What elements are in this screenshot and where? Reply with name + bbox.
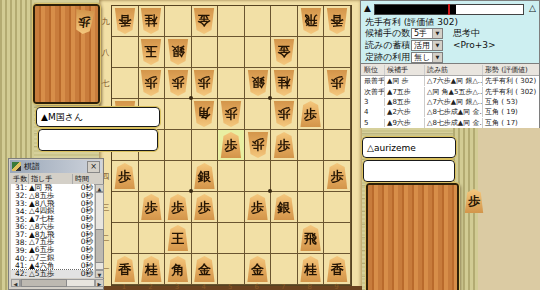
kifu-col-header: 手数: [11, 174, 29, 184]
square-5二[interactable]: [218, 223, 245, 254]
gote-piece-銀[interactable]: 銀: [193, 163, 215, 189]
square-9七[interactable]: 歩: [324, 68, 351, 99]
square-9二[interactable]: [324, 223, 351, 254]
square-5三[interactable]: [218, 192, 245, 223]
option-dropdown[interactable]: 5手▼: [411, 28, 443, 39]
square-6九[interactable]: [245, 6, 272, 37]
square-8三[interactable]: [298, 192, 325, 223]
square-3三[interactable]: 歩: [165, 192, 192, 223]
gote-piece-歩[interactable]: 歩: [326, 163, 348, 189]
square-3四[interactable]: [165, 161, 192, 192]
gote-piece-歩[interactable]: 歩: [247, 194, 269, 220]
scroll-left-icon[interactable]: ◀: [11, 279, 20, 287]
scroll-down-icon[interactable]: ▼: [95, 270, 104, 278]
candidate-cell: 4: [361, 108, 385, 116]
square-2四[interactable]: [139, 161, 166, 192]
square-7六[interactable]: 歩: [271, 99, 298, 130]
square-4六[interactable]: 角: [192, 99, 219, 130]
gote-name: △aurizeme: [367, 143, 416, 153]
square-5八[interactable]: [218, 37, 245, 68]
square-8五[interactable]: [298, 130, 325, 161]
candidate-cell: 3: [361, 98, 385, 106]
square-8二[interactable]: 飛: [298, 223, 325, 254]
kifu-move-row[interactable]: 42:△5五歩0秒: [11, 270, 94, 278]
square-9三[interactable]: [324, 192, 351, 223]
square-7一[interactable]: [271, 254, 298, 285]
sente-piece-歩[interactable]: 歩: [247, 132, 269, 158]
candidate-cell: △同 角▲5五歩△...: [425, 87, 483, 97]
candidate-row[interactable]: 3▲8五歩△7六歩▲同 銀△...互角 ( 53): [361, 97, 539, 107]
shogi-app: { "game": "shogi", "position": { "sfen":…: [0, 0, 540, 290]
square-9四[interactable]: 歩: [324, 161, 351, 192]
candidate-cell: 互角 ( 17): [483, 118, 539, 128]
square-4一[interactable]: 金: [192, 254, 219, 285]
sente-piece-歩[interactable]: 歩: [193, 70, 215, 96]
dropdown-value: 5手: [412, 28, 432, 39]
sente-piece-金[interactable]: 金: [193, 8, 215, 34]
candidate-cell: ▲同 歩: [385, 76, 425, 86]
square-5七[interactable]: [218, 68, 245, 99]
square-1七[interactable]: [112, 68, 139, 99]
sente-name: ▲M国さん: [41, 111, 83, 124]
rank-label-七: 七: [100, 78, 111, 89]
square-6四[interactable]: [245, 161, 272, 192]
sente-mark: ▲: [364, 3, 371, 14]
sente-piece-歩[interactable]: 歩: [220, 101, 242, 127]
square-6六[interactable]: [245, 99, 272, 130]
eval-bar-fill: [375, 5, 456, 14]
candidate-table-body: 最善手▲同 歩△7六歩▲同 銀△...先手有利 ( 302)次善手▲7五歩△同 …: [361, 76, 539, 128]
eval-bar-row: ▲ △: [364, 3, 536, 14]
square-6一[interactable]: 金: [245, 254, 272, 285]
star-point: [189, 96, 193, 100]
file-label-1: 1: [111, 283, 137, 290]
gote-piece-歩[interactable]: 歩: [193, 194, 215, 220]
kifu-title: 棋譜: [24, 161, 87, 172]
square-4二[interactable]: [192, 223, 219, 254]
file-label-9: 9: [323, 283, 349, 290]
square-5一[interactable]: [218, 254, 245, 285]
sente-piece-桂[interactable]: 桂: [273, 70, 295, 96]
gote-mark: △: [529, 3, 536, 14]
eval-bar-center-marker: [448, 4, 450, 15]
option-row-2: 定跡の利用無し▼: [365, 51, 453, 63]
square-2九[interactable]: 桂: [139, 6, 166, 37]
sente-piece-角[interactable]: 角: [193, 101, 215, 127]
sente-piece-歩[interactable]: 歩: [167, 70, 189, 96]
gote-piece-金[interactable]: 金: [193, 256, 215, 282]
candidate-cell: 次善手: [361, 87, 385, 97]
square-7八[interactable]: 金: [271, 37, 298, 68]
gote-piece-桂[interactable]: 桂: [300, 256, 322, 282]
sente-piece-桂[interactable]: 桂: [140, 8, 162, 34]
square-1一[interactable]: 香: [112, 254, 139, 285]
sente-piece-香[interactable]: 香: [114, 8, 136, 34]
candidate-cell: △7六歩▲同 銀△...: [425, 97, 483, 107]
option-row-0: 候補手の数5手▼思考中: [365, 27, 480, 39]
sente-name-plate: ▲M国さん: [36, 107, 160, 127]
square-2一[interactable]: 桂: [139, 254, 166, 285]
sente-piece-歩[interactable]: 歩: [140, 70, 162, 96]
file-label-8: 8: [297, 283, 323, 290]
option-dropdown[interactable]: 活用▼: [411, 40, 443, 51]
square-1三[interactable]: [112, 192, 139, 223]
gote-piece-王[interactable]: 王: [167, 225, 189, 251]
kifu-move-list[interactable]: 31:▲同 飛0秒32:△8五歩0秒33:▲8八飛0秒34:△4四銀0秒35:▲…: [11, 184, 94, 278]
square-4八[interactable]: [192, 37, 219, 68]
candidate-cell: △7六歩▲同 銀△...: [425, 76, 483, 86]
square-3七[interactable]: 歩: [165, 68, 192, 99]
chevron-down-icon[interactable]: ▼: [432, 29, 442, 38]
cand-col-header: 読み筋: [425, 65, 483, 75]
gote-info-plate: [363, 160, 455, 182]
square-9八[interactable]: [324, 37, 351, 68]
cand-col-header: 順位: [361, 65, 385, 75]
square-7四[interactable]: [271, 161, 298, 192]
kifu-window-icon: [12, 162, 21, 171]
square-8六[interactable]: 歩: [298, 99, 325, 130]
gote-piece-香[interactable]: 香: [114, 256, 136, 282]
sente-piece-飛[interactable]: 飛: [300, 8, 322, 34]
square-6二[interactable]: [245, 223, 272, 254]
eval-bar: [374, 4, 524, 15]
cand-col-header: 形勢 (評価値): [483, 65, 539, 75]
square-9六[interactable]: [324, 99, 351, 130]
gote-piece-歩[interactable]: 歩: [273, 132, 295, 158]
square-1九[interactable]: 香: [112, 6, 139, 37]
sente-info-plate: [38, 129, 158, 151]
gote-piece-飛[interactable]: 飛: [300, 225, 322, 251]
option-status: 思考中: [453, 27, 480, 40]
square-3九[interactable]: [165, 6, 192, 37]
chevron-down-icon[interactable]: ▼: [432, 53, 442, 62]
gote-piece-歩[interactable]: 歩: [140, 194, 162, 220]
scroll-right-icon[interactable]: ▶: [95, 279, 104, 287]
square-2七[interactable]: 歩: [139, 68, 166, 99]
star-point: [189, 189, 193, 193]
candidate-table: 順位候補手読み筋形勢 (評価値) 最善手▲同 歩△7六歩▲同 銀△...先手有利…: [361, 63, 539, 128]
cand-col-header: 候補手: [385, 65, 425, 75]
candidate-cell: 最善手: [361, 76, 385, 86]
kifu-titlebar[interactable]: 棋譜 ×: [10, 160, 102, 173]
square-1四[interactable]: 歩: [112, 161, 139, 192]
square-5五[interactable]: 歩: [218, 130, 245, 161]
option-dropdown[interactable]: 無し▼: [411, 52, 443, 63]
square-4七[interactable]: 歩: [192, 68, 219, 99]
background-wall: [478, 128, 540, 290]
candidate-row[interactable]: 次善手▲7五歩△同 角▲5五歩△...先手有利 ( 302): [361, 86, 539, 96]
square-7九[interactable]: [271, 6, 298, 37]
square-6八[interactable]: [245, 37, 272, 68]
square-4三[interactable]: 歩: [192, 192, 219, 223]
kifu-col-header: 指し手: [29, 174, 73, 184]
kifu-hscroll-thumb[interactable]: [21, 279, 67, 287]
square-6七[interactable]: 銀: [245, 68, 272, 99]
square-9一[interactable]: 香: [324, 254, 351, 285]
square-3五[interactable]: [165, 130, 192, 161]
square-3六[interactable]: [165, 99, 192, 130]
rank-label-九: 九: [100, 16, 111, 27]
gote-piece-歩[interactable]: 歩: [114, 163, 136, 189]
scroll-up-icon[interactable]: ▲: [95, 184, 104, 192]
square-9九[interactable]: 香: [324, 6, 351, 37]
square-1二[interactable]: [112, 223, 139, 254]
square-8一[interactable]: 桂: [298, 254, 325, 285]
candidate-cell: 互角 ( 19): [483, 107, 539, 117]
candidate-cell: 5: [361, 119, 385, 127]
square-4九[interactable]: 金: [192, 6, 219, 37]
square-7三[interactable]: 銀: [271, 192, 298, 223]
square-7七[interactable]: 桂: [271, 68, 298, 99]
analysis-window: ▲ △ 先手有利 (評価値 302) 候補手の数5手▼思考中読みの蓄積活用▼<P…: [360, 0, 540, 128]
square-2八[interactable]: 玉: [139, 37, 166, 68]
candidate-cell: 先手有利 ( 302): [483, 87, 539, 97]
candidate-cell: 先手有利 ( 302): [483, 76, 539, 86]
option-label: 定跡の利用: [365, 51, 411, 64]
file-label-3: 3: [164, 283, 190, 290]
file-label-6: 6: [244, 283, 270, 290]
kifu-cell: 0秒: [71, 269, 94, 278]
kifu-vscroll-thumb[interactable]: [95, 229, 104, 263]
kifu-col-header: 時間: [73, 174, 103, 184]
sente-piece-歩[interactable]: 歩: [273, 101, 295, 127]
candidate-table-header: 順位候補手読み筋形勢 (評価値): [361, 64, 539, 76]
file-label-4: 4: [191, 283, 217, 290]
candidate-cell: ▲9六歩: [385, 118, 425, 128]
candidate-cell: △8七歩成▲同 金...: [425, 107, 483, 117]
option-row-1: 読みの蓄積活用▼<Pro+3>: [365, 39, 496, 51]
dropdown-value: 無し: [412, 52, 432, 63]
sente-piece-香[interactable]: 香: [326, 8, 348, 34]
option-status: <Pro+3>: [453, 40, 496, 50]
square-1八[interactable]: [112, 37, 139, 68]
gote-piece-角[interactable]: 角: [167, 256, 189, 282]
square-8八[interactable]: [298, 37, 325, 68]
candidate-cell: △8七歩成▲同 金...: [425, 118, 483, 128]
square-5九[interactable]: [218, 6, 245, 37]
sente-piece-歩[interactable]: 歩: [326, 70, 348, 96]
gote-piece-歩[interactable]: 歩: [220, 132, 242, 158]
square-4五[interactable]: [192, 130, 219, 161]
sente-piece-玉[interactable]: 玉: [140, 39, 162, 65]
gote-piece-歩[interactable]: 歩: [300, 101, 322, 127]
square-5六[interactable]: 歩: [218, 99, 245, 130]
square-6三[interactable]: 歩: [245, 192, 272, 223]
sente-hand-pawn[interactable]: 歩: [73, 9, 96, 35]
square-7五[interactable]: 歩: [271, 130, 298, 161]
candidate-row[interactable]: 5▲9六歩△8七歩成▲同 金...互角 ( 17): [361, 118, 539, 128]
candidate-row[interactable]: 4▲2六歩△8七歩成▲同 金...互角 ( 19): [361, 107, 539, 117]
square-5四[interactable]: [218, 161, 245, 192]
file-label-5: 5: [217, 283, 243, 290]
gote-name-plate: △aurizeme: [362, 137, 456, 158]
sente-komadai: 歩: [33, 4, 100, 104]
square-3一[interactable]: 角: [165, 254, 192, 285]
file-label-7: 7: [270, 283, 296, 290]
kifu-cell: 42:: [11, 269, 27, 278]
candidate-cell: ▲7五歩: [385, 87, 425, 97]
gote-piece-銀[interactable]: 銀: [273, 194, 295, 220]
square-8四[interactable]: [298, 161, 325, 192]
square-3八[interactable]: 銀: [165, 37, 192, 68]
sente-piece-金[interactable]: 金: [273, 39, 295, 65]
rank-label-八: 八: [100, 47, 111, 58]
candidate-cell: 互角 ( 53): [483, 97, 539, 107]
dropdown-value: 活用: [412, 40, 432, 51]
square-4四[interactable]: 銀: [192, 161, 219, 192]
chevron-down-icon[interactable]: ▼: [432, 41, 442, 50]
square-2三[interactable]: 歩: [139, 192, 166, 223]
square-8七[interactable]: [298, 68, 325, 99]
sente-piece-銀[interactable]: 銀: [247, 70, 269, 96]
file-label-2: 2: [138, 283, 164, 290]
sente-piece-銀[interactable]: 銀: [167, 39, 189, 65]
kifu-window: 棋譜 × 手数指し手時間 31:▲同 飛0秒32:△8五歩0秒33:▲8八飛0秒…: [8, 158, 104, 290]
gote-piece-桂[interactable]: 桂: [140, 256, 162, 282]
gote-piece-歩[interactable]: 歩: [167, 194, 189, 220]
gote-komadai: [366, 183, 459, 290]
close-icon[interactable]: ×: [87, 161, 100, 173]
square-6五[interactable]: 歩: [245, 130, 272, 161]
candidate-row[interactable]: 最善手▲同 歩△7六歩▲同 銀△...先手有利 ( 302): [361, 76, 539, 86]
candidate-cell: ▲2六歩: [385, 107, 425, 117]
square-7二[interactable]: [271, 223, 298, 254]
gote-piece-金[interactable]: 金: [247, 256, 269, 282]
gote-piece-香[interactable]: 香: [326, 256, 348, 282]
square-9五[interactable]: [324, 130, 351, 161]
candidate-cell: ▲8五歩: [385, 97, 425, 107]
square-3二[interactable]: 王: [165, 223, 192, 254]
kifu-cell: △5五歩: [27, 269, 71, 278]
square-8九[interactable]: 飛: [298, 6, 325, 37]
square-2二[interactable]: [139, 223, 166, 254]
